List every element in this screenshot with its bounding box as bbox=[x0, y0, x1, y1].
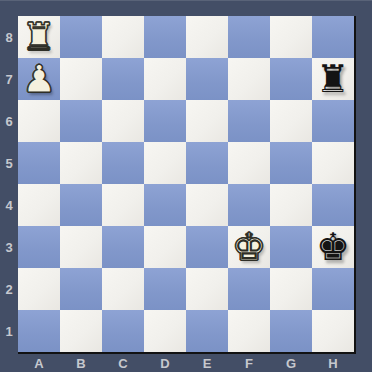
square-c3[interactable] bbox=[102, 226, 144, 268]
square-h1[interactable] bbox=[312, 310, 354, 352]
square-e2[interactable] bbox=[186, 268, 228, 310]
square-h2[interactable] bbox=[312, 268, 354, 310]
square-h5[interactable] bbox=[312, 142, 354, 184]
square-g8[interactable] bbox=[270, 16, 312, 58]
square-e7[interactable] bbox=[186, 58, 228, 100]
square-e5[interactable] bbox=[186, 142, 228, 184]
square-g7[interactable] bbox=[270, 58, 312, 100]
rank-label-7: 7 bbox=[0, 58, 18, 100]
square-a5[interactable] bbox=[18, 142, 60, 184]
square-c2[interactable] bbox=[102, 268, 144, 310]
square-f5[interactable] bbox=[228, 142, 270, 184]
file-label-c: C bbox=[102, 354, 144, 372]
square-d6[interactable] bbox=[144, 100, 186, 142]
square-h4[interactable] bbox=[312, 184, 354, 226]
square-f6[interactable] bbox=[228, 100, 270, 142]
rank-labels: 87654321 bbox=[0, 16, 18, 352]
square-e4[interactable] bbox=[186, 184, 228, 226]
square-f1[interactable] bbox=[228, 310, 270, 352]
square-b3[interactable] bbox=[60, 226, 102, 268]
rank-label-6: 6 bbox=[0, 100, 18, 142]
chess-board: ♜♟♜♚♚ bbox=[18, 16, 356, 354]
square-b5[interactable] bbox=[60, 142, 102, 184]
file-label-f: F bbox=[228, 354, 270, 372]
square-a2[interactable] bbox=[18, 268, 60, 310]
white-king[interactable]: ♚ bbox=[232, 226, 266, 268]
square-c1[interactable] bbox=[102, 310, 144, 352]
square-c4[interactable] bbox=[102, 184, 144, 226]
file-labels: ABCDEFGH bbox=[18, 354, 356, 372]
square-c5[interactable] bbox=[102, 142, 144, 184]
square-d3[interactable] bbox=[144, 226, 186, 268]
file-label-h: H bbox=[312, 354, 354, 372]
square-b2[interactable] bbox=[60, 268, 102, 310]
file-label-d: D bbox=[144, 354, 186, 372]
square-d2[interactable] bbox=[144, 268, 186, 310]
square-a3[interactable] bbox=[18, 226, 60, 268]
square-a7[interactable]: ♟ bbox=[18, 58, 60, 100]
square-a4[interactable] bbox=[18, 184, 60, 226]
rank-label-1: 1 bbox=[0, 310, 18, 352]
file-label-e: E bbox=[186, 354, 228, 372]
black-rook[interactable]: ♜ bbox=[316, 58, 350, 100]
square-f7[interactable] bbox=[228, 58, 270, 100]
square-a6[interactable] bbox=[18, 100, 60, 142]
file-label-b: B bbox=[60, 354, 102, 372]
square-d4[interactable] bbox=[144, 184, 186, 226]
chess-diagram: 87654321 ♜♟♜♚♚ ABCDEFGH bbox=[0, 0, 372, 372]
square-d1[interactable] bbox=[144, 310, 186, 352]
square-g4[interactable] bbox=[270, 184, 312, 226]
square-b4[interactable] bbox=[60, 184, 102, 226]
square-f8[interactable] bbox=[228, 16, 270, 58]
square-f2[interactable] bbox=[228, 268, 270, 310]
square-f4[interactable] bbox=[228, 184, 270, 226]
file-label-a: A bbox=[18, 354, 60, 372]
square-b7[interactable] bbox=[60, 58, 102, 100]
square-e3[interactable] bbox=[186, 226, 228, 268]
black-king[interactable]: ♚ bbox=[316, 226, 350, 268]
square-h3[interactable]: ♚ bbox=[312, 226, 354, 268]
square-c6[interactable] bbox=[102, 100, 144, 142]
square-e6[interactable] bbox=[186, 100, 228, 142]
square-g1[interactable] bbox=[270, 310, 312, 352]
rank-label-3: 3 bbox=[0, 226, 18, 268]
square-d8[interactable] bbox=[144, 16, 186, 58]
square-c7[interactable] bbox=[102, 58, 144, 100]
square-f3[interactable]: ♚ bbox=[228, 226, 270, 268]
square-b8[interactable] bbox=[60, 16, 102, 58]
square-e8[interactable] bbox=[186, 16, 228, 58]
square-b1[interactable] bbox=[60, 310, 102, 352]
square-a8[interactable]: ♜ bbox=[18, 16, 60, 58]
square-g6[interactable] bbox=[270, 100, 312, 142]
square-b6[interactable] bbox=[60, 100, 102, 142]
white-pawn[interactable]: ♟ bbox=[22, 58, 56, 100]
square-h6[interactable] bbox=[312, 100, 354, 142]
rank-label-5: 5 bbox=[0, 142, 18, 184]
file-label-g: G bbox=[270, 354, 312, 372]
square-c8[interactable] bbox=[102, 16, 144, 58]
square-g5[interactable] bbox=[270, 142, 312, 184]
rank-label-2: 2 bbox=[0, 268, 18, 310]
rank-label-4: 4 bbox=[0, 184, 18, 226]
square-d5[interactable] bbox=[144, 142, 186, 184]
square-h7[interactable]: ♜ bbox=[312, 58, 354, 100]
white-rook[interactable]: ♜ bbox=[22, 16, 56, 58]
square-g2[interactable] bbox=[270, 268, 312, 310]
square-e1[interactable] bbox=[186, 310, 228, 352]
square-a1[interactable] bbox=[18, 310, 60, 352]
square-d7[interactable] bbox=[144, 58, 186, 100]
square-h8[interactable] bbox=[312, 16, 354, 58]
rank-label-8: 8 bbox=[0, 16, 18, 58]
square-g3[interactable] bbox=[270, 226, 312, 268]
